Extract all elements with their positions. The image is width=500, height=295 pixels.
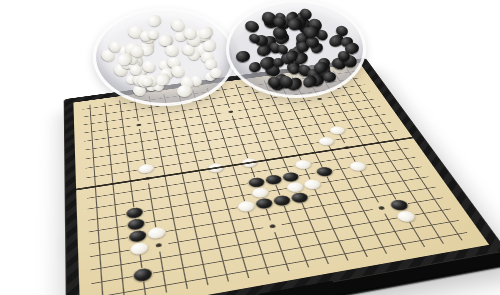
star-point: [156, 243, 162, 248]
intersection: [154, 276, 177, 294]
intersection: [174, 273, 197, 291]
intersection: [123, 195, 142, 209]
black-bowl-stone: [236, 50, 250, 62]
product-photo-scene: [0, 0, 500, 295]
intersection: [133, 280, 156, 295]
intersection: [136, 154, 154, 166]
black-bowl-stone: [256, 44, 271, 57]
black-stone: [129, 229, 147, 242]
star-point: [228, 110, 233, 113]
white-bowl-stone: [177, 84, 192, 97]
intersection: [297, 168, 319, 181]
white-stone: [251, 187, 270, 199]
white-bowl-stone: [183, 27, 197, 39]
black-bowl-stone: [244, 19, 261, 34]
black-stone-bowl: [226, 0, 366, 98]
black-stone: [126, 207, 144, 219]
intersection: [232, 189, 253, 202]
intersection: [130, 253, 152, 270]
white-bowl-stone: [148, 30, 159, 39]
white-stone: [138, 163, 154, 174]
white-stone: [148, 226, 167, 239]
star-point: [136, 123, 141, 126]
intersection: [145, 214, 166, 229]
star-point: [317, 98, 323, 101]
white-bowl-stone: [202, 39, 216, 51]
white-stone-bowl: [93, 8, 235, 106]
white-stone: [286, 181, 305, 193]
white-bowl-stone: [210, 67, 223, 78]
black-stone: [127, 218, 145, 231]
white-bowl-stone: [147, 13, 163, 28]
black-bowl-stone: [322, 71, 335, 82]
star-point: [378, 206, 385, 210]
black-stone: [247, 177, 265, 188]
white-bowl-stone: [130, 65, 142, 75]
intersection: [267, 183, 289, 196]
intersection: [276, 161, 297, 173]
white-bowl-stone: [164, 43, 180, 57]
star-point: [269, 224, 276, 228]
intersection: [129, 112, 146, 122]
